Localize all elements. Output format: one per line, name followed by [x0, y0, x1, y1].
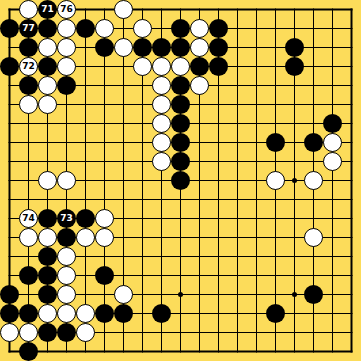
stone-black	[266, 304, 285, 323]
stone-black	[38, 209, 57, 228]
stone-white	[304, 171, 323, 190]
stone-white	[95, 228, 114, 247]
stone-black	[0, 57, 19, 76]
stone-black	[19, 342, 38, 361]
stone-black	[95, 38, 114, 57]
stone-white	[152, 114, 171, 133]
stone-black	[285, 57, 304, 76]
stone-white	[57, 19, 76, 38]
stone-black-move-77: 77	[19, 19, 38, 38]
stone-white	[171, 57, 190, 76]
stone-white	[76, 228, 95, 247]
stone-white	[38, 171, 57, 190]
stone-white	[0, 323, 19, 342]
stone-white	[38, 95, 57, 114]
stone-white	[57, 304, 76, 323]
stone-white	[38, 228, 57, 247]
stone-white	[323, 133, 342, 152]
stone-white	[95, 209, 114, 228]
stone-black	[19, 266, 38, 285]
stone-black	[152, 38, 171, 57]
stone-black	[57, 323, 76, 342]
stone-white	[114, 0, 133, 19]
stone-white	[133, 57, 152, 76]
stone-black	[0, 285, 19, 304]
stone-black	[171, 76, 190, 95]
stone-white	[19, 95, 38, 114]
stone-black	[190, 57, 209, 76]
stone-black	[285, 38, 304, 57]
stone-black	[304, 133, 323, 152]
stone-black	[76, 209, 95, 228]
stone-white	[19, 228, 38, 247]
stone-black	[133, 38, 152, 57]
stone-white	[152, 76, 171, 95]
stone-white	[76, 323, 95, 342]
stone-white	[19, 0, 38, 19]
stone-white	[304, 228, 323, 247]
stone-black	[57, 76, 76, 95]
stone-black	[209, 19, 228, 38]
stone-black	[171, 19, 190, 38]
stone-black	[0, 304, 19, 323]
stone-black	[209, 57, 228, 76]
stone-white	[152, 95, 171, 114]
stone-white	[57, 57, 76, 76]
stone-white	[19, 323, 38, 342]
stone-black	[152, 304, 171, 323]
stone-black	[38, 323, 57, 342]
stone-black	[304, 285, 323, 304]
stone-black	[95, 266, 114, 285]
stone-black	[171, 114, 190, 133]
stone-black	[38, 19, 57, 38]
stone-black	[38, 285, 57, 304]
stone-white	[266, 171, 285, 190]
stone-black	[19, 38, 38, 57]
stone-black-move-73: 73	[57, 209, 76, 228]
stone-white	[57, 171, 76, 190]
star-point	[292, 292, 297, 297]
stone-white	[57, 38, 76, 57]
stone-white	[190, 76, 209, 95]
stone-white	[95, 19, 114, 38]
stone-white	[57, 266, 76, 285]
stone-black-move-71: 71	[38, 0, 57, 19]
stone-white	[323, 152, 342, 171]
stone-black	[38, 266, 57, 285]
stone-white	[38, 304, 57, 323]
stone-white	[152, 133, 171, 152]
stone-black	[19, 76, 38, 95]
stone-black	[323, 114, 342, 133]
stone-white	[114, 38, 133, 57]
stone-black	[171, 133, 190, 152]
stone-black	[171, 38, 190, 57]
stone-black	[57, 228, 76, 247]
stone-white	[152, 152, 171, 171]
star-point	[178, 292, 183, 297]
stone-black	[95, 304, 114, 323]
stone-black	[76, 19, 95, 38]
stone-white-move-76: 76	[57, 0, 76, 19]
stone-black	[171, 152, 190, 171]
stone-white	[190, 19, 209, 38]
go-board[interactable]: 717677727473	[0, 0, 361, 361]
star-point	[292, 178, 297, 183]
stone-white	[57, 247, 76, 266]
stone-white-move-72: 72	[19, 57, 38, 76]
stone-white	[190, 38, 209, 57]
stone-white	[76, 304, 95, 323]
stone-white	[133, 19, 152, 38]
stone-black	[38, 247, 57, 266]
stone-black	[171, 171, 190, 190]
stone-black	[114, 304, 133, 323]
stone-white	[114, 285, 133, 304]
stone-black	[209, 38, 228, 57]
stone-white	[57, 285, 76, 304]
stone-black	[0, 19, 19, 38]
stone-black	[19, 304, 38, 323]
stone-white	[152, 57, 171, 76]
stone-white	[38, 76, 57, 95]
stone-black	[266, 133, 285, 152]
stone-black	[38, 57, 57, 76]
stone-black	[171, 95, 190, 114]
stone-white	[38, 38, 57, 57]
stone-white-move-74: 74	[19, 209, 38, 228]
